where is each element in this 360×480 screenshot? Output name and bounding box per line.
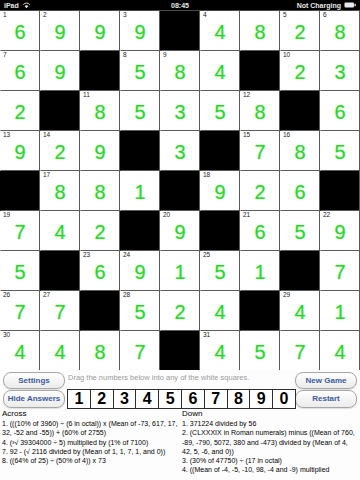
white-cell-r1c2[interactable]: 29 xyxy=(40,11,80,51)
battery-status-label: Not Charging xyxy=(297,2,341,9)
white-cell-r9c2[interactable]: 4 xyxy=(40,331,80,371)
drag-digit-4[interactable]: 4 xyxy=(136,390,159,408)
clue-number: 12 xyxy=(243,91,250,99)
cell-answer-digit: 1 xyxy=(241,251,279,290)
status-bar: iPad 08:45 Not Charging xyxy=(0,0,360,10)
cell-answer-digit: 6 xyxy=(281,171,319,210)
cell-answer-digit: 3 xyxy=(161,131,199,170)
puzzle-board: 1629939448526876985984102321185351286139… xyxy=(0,10,360,370)
drag-digit-0[interactable]: 0 xyxy=(273,390,295,408)
white-cell-r8c6[interactable]: 4 xyxy=(200,291,240,331)
white-cell-r8c2[interactable]: 277 xyxy=(40,291,80,331)
cell-answer-digit: 9 xyxy=(81,11,119,50)
white-cell-r1c8[interactable]: 52 xyxy=(280,11,320,51)
clue-number: 11 xyxy=(83,91,90,99)
white-cell-r5c2[interactable]: 178 xyxy=(40,171,80,211)
clue-number: 26 xyxy=(3,291,10,299)
white-cell-r2c2[interactable]: 9 xyxy=(40,51,80,91)
white-cell-r2c1[interactable]: 76 xyxy=(0,51,40,91)
white-cell-r3c5[interactable]: 3 xyxy=(160,91,200,131)
drag-digit-9[interactable]: 9 xyxy=(250,390,273,408)
white-cell-r7c7[interactable]: 1 xyxy=(240,251,280,291)
white-cell-r7c1[interactable]: 5 xyxy=(0,251,40,291)
clue-item: 4. ((Mean of -4, -5, -10, 98, -4 and -9)… xyxy=(182,465,359,474)
cell-answer-digit: 1 xyxy=(321,291,359,330)
across-clues: Across 1. (((10% of 3960) ÷ (6 in octal)… xyxy=(2,409,182,465)
clue-number: 8 xyxy=(123,51,127,59)
cell-answer-digit: 4 xyxy=(201,291,239,330)
white-cell-r2c4[interactable]: 85 xyxy=(120,51,160,91)
black-cell-r3c8 xyxy=(280,91,320,131)
drag-digit-5[interactable]: 5 xyxy=(159,390,182,408)
black-cell-r7c8 xyxy=(280,251,320,291)
white-cell-r2c6[interactable]: 4 xyxy=(200,51,240,91)
clue-number: 29 xyxy=(283,291,290,299)
clue-number: 27 xyxy=(43,291,50,299)
white-cell-r3c7[interactable]: 128 xyxy=(240,91,280,131)
white-cell-r4c5[interactable]: 3 xyxy=(160,131,200,171)
black-cell-r1c5 xyxy=(160,11,200,51)
clue-number: 17 xyxy=(43,171,50,179)
white-cell-r6c1[interactable]: 197 xyxy=(0,211,40,251)
white-cell-r1c4[interactable]: 39 xyxy=(120,11,160,51)
black-cell-r7c2 xyxy=(40,251,80,291)
clue-item: 8. ((64% of 25) ÷ (50% of 4)) x 73 xyxy=(2,456,182,465)
cell-answer-digit: 6 xyxy=(321,91,359,130)
clue-number: 22 xyxy=(323,211,330,219)
clue-number: 4 xyxy=(203,11,207,19)
cell-answer-digit: 8 xyxy=(241,11,279,50)
black-cell-r9c5 xyxy=(160,331,200,371)
clue-number: 1 xyxy=(3,11,7,19)
cell-answer-digit: 5 xyxy=(121,91,159,130)
cell-answer-digit: 9 xyxy=(41,51,79,90)
white-cell-r5c4[interactable]: 1 xyxy=(120,171,160,211)
clue-number: 14 xyxy=(43,131,50,139)
cell-answer-digit: 1 xyxy=(161,251,199,290)
white-cell-r9c9[interactable]: 4 xyxy=(320,331,360,371)
white-cell-r2c5[interactable]: 98 xyxy=(160,51,200,91)
hide-answers-button[interactable]: Hide Answers xyxy=(3,390,65,408)
new-game-button[interactable]: New Game xyxy=(295,372,357,389)
white-cell-r6c8[interactable]: 5 xyxy=(280,211,320,251)
white-cell-r7c9[interactable]: 7 xyxy=(320,251,360,291)
cell-answer-digit: 2 xyxy=(81,211,119,250)
clue-number: 3 xyxy=(123,11,127,19)
across-clue-list: 1. (((10% of 3960) ÷ (6 in octal)) x (Me… xyxy=(2,419,182,465)
white-cell-r4c1[interactable]: 139 xyxy=(0,131,40,171)
clue-number: 9 xyxy=(163,51,167,59)
white-cell-r4c2[interactable]: 142 xyxy=(40,131,80,171)
down-title: Down xyxy=(182,409,359,419)
black-cell-r5c5 xyxy=(160,171,200,211)
white-cell-r5c7[interactable]: 2 xyxy=(240,171,280,211)
white-cell-r6c7[interactable]: 216 xyxy=(240,211,280,251)
restart-button[interactable]: Restart xyxy=(295,390,357,408)
down-clues: Down 1. 371224 divided by 562. (CLXXXIX … xyxy=(182,409,359,475)
black-cell-r6c4 xyxy=(120,211,160,251)
white-cell-r9c6[interactable]: 314 xyxy=(200,331,240,371)
drag-hint-text: Drag the numbers below into any of the w… xyxy=(68,373,292,382)
white-cell-r3c1[interactable]: 2 xyxy=(0,91,40,131)
cell-answer-digit: 5 xyxy=(321,131,359,170)
cell-answer-digit: 4 xyxy=(321,331,359,370)
across-title: Across xyxy=(2,409,182,419)
clue-number: 21 xyxy=(243,211,250,219)
black-cell-r3c2 xyxy=(40,91,80,131)
cell-answer-digit: 8 xyxy=(81,331,119,370)
white-cell-r7c6[interactable]: 255 xyxy=(200,251,240,291)
clue-number: 2 xyxy=(43,11,47,19)
drag-digit-2[interactable]: 2 xyxy=(91,390,114,408)
black-cell-r4c4 xyxy=(120,131,160,171)
clue-number: 19 xyxy=(3,211,10,219)
clue-number: 18 xyxy=(203,171,210,179)
white-cell-r4c8[interactable]: 168 xyxy=(280,131,320,171)
white-cell-r8c1[interactable]: 267 xyxy=(0,291,40,331)
white-cell-r7c3[interactable]: 236 xyxy=(80,251,120,291)
cell-answer-digit: 4 xyxy=(41,211,79,250)
white-cell-r9c4[interactable]: 7 xyxy=(120,331,160,371)
settings-button[interactable]: Settings xyxy=(3,372,65,389)
drag-digit-1[interactable]: 1 xyxy=(68,390,91,408)
black-cell-r2c3 xyxy=(80,51,120,91)
black-cell-r8c3 xyxy=(80,291,120,331)
white-cell-r5c8[interactable]: 6 xyxy=(280,171,320,211)
cell-answer-digit: 2 xyxy=(241,171,279,210)
clue-number: 20 xyxy=(163,211,170,219)
clue-item: 3. (30% of 47750) ÷ (17 in octal) xyxy=(182,456,359,465)
cell-answer-digit: 2 xyxy=(161,291,199,330)
white-cell-r9c1[interactable]: 304 xyxy=(0,331,40,371)
white-cell-r3c3[interactable]: 118 xyxy=(80,91,120,131)
white-cell-r9c3[interactable]: 8 xyxy=(80,331,120,371)
clue-number: 25 xyxy=(203,251,210,259)
bottom-panel: Settings New Game Hide Answers Restart D… xyxy=(0,370,360,480)
down-clue-list: 1. 371224 divided by 562. (CLXXXIX in Ro… xyxy=(182,419,359,475)
clue-number: 31 xyxy=(203,331,210,339)
cell-answer-digit: 7 xyxy=(281,331,319,370)
white-cell-r5c6[interactable]: 189 xyxy=(200,171,240,211)
white-cell-r6c5[interactable]: 209 xyxy=(160,211,200,251)
clue-item: 7. 92 - (√ 2116 divided by (Mean of 1, 1… xyxy=(2,447,182,456)
black-cell-r6c6 xyxy=(200,211,240,251)
white-cell-r6c2[interactable]: 4 xyxy=(40,211,80,251)
black-cell-r2c7 xyxy=(240,51,280,91)
clue-number: 24 xyxy=(123,251,130,259)
black-cell-r5c1 xyxy=(0,171,40,211)
cell-answer-digit: 8 xyxy=(81,171,119,210)
drag-digit-8[interactable]: 8 xyxy=(228,390,251,408)
clue-number: 6 xyxy=(323,11,327,19)
clue-number: 5 xyxy=(283,11,287,19)
white-cell-r7c5[interactable]: 1 xyxy=(160,251,200,291)
drag-digit-6[interactable]: 6 xyxy=(182,390,205,408)
cell-answer-digit: 4 xyxy=(41,331,79,370)
white-cell-r2c9[interactable]: 3 xyxy=(320,51,360,91)
clue-number: 7 xyxy=(3,51,7,59)
cell-answer-digit: 7 xyxy=(321,251,359,290)
white-cell-r5c3[interactable]: 8 xyxy=(80,171,120,211)
black-cell-r4c6 xyxy=(200,131,240,171)
cell-answer-digit: 7 xyxy=(121,331,159,370)
cell-answer-digit: 4 xyxy=(201,51,239,90)
white-cell-r4c9[interactable]: 5 xyxy=(320,131,360,171)
clue-item: 2. (CLXXXIX in Roman numerals) minus ((M… xyxy=(182,428,359,456)
clue-number: 30 xyxy=(3,331,10,339)
white-cell-r3c6[interactable]: 5 xyxy=(200,91,240,131)
black-cell-r5c9 xyxy=(320,171,360,211)
clue-number: 28 xyxy=(123,291,130,299)
clue-item: 1. 371224 divided by 56 xyxy=(182,419,359,428)
white-cell-r4c3[interactable]: 9 xyxy=(80,131,120,171)
white-cell-r9c7[interactable]: 5 xyxy=(240,331,280,371)
black-cell-r8c7 xyxy=(240,291,280,331)
white-cell-r1c9[interactable]: 68 xyxy=(320,11,360,51)
white-cell-r1c3[interactable]: 9 xyxy=(80,11,120,51)
clue-number: 16 xyxy=(283,131,290,139)
cell-answer-digit: 5 xyxy=(241,331,279,370)
cell-answer-digit: 5 xyxy=(281,211,319,250)
white-cell-r1c7[interactable]: 8 xyxy=(240,11,280,51)
white-cell-r8c5[interactable]: 2 xyxy=(160,291,200,331)
white-cell-r8c4[interactable]: 285 xyxy=(120,291,160,331)
white-cell-r9c8[interactable]: 7 xyxy=(280,331,320,371)
white-cell-r3c4[interactable]: 5 xyxy=(120,91,160,131)
cell-answer-digit: 5 xyxy=(201,91,239,130)
cell-answer-digit: 9 xyxy=(81,131,119,170)
clue-item: 1. (((10% of 3960) ÷ (6 in octal)) x (Me… xyxy=(2,419,182,438)
clue-number: 15 xyxy=(243,131,250,139)
drag-digit-3[interactable]: 3 xyxy=(114,390,137,408)
clue-number: 13 xyxy=(3,131,10,139)
white-cell-r2c8[interactable]: 102 xyxy=(280,51,320,91)
cell-answer-digit: 3 xyxy=(161,91,199,130)
white-cell-r6c9[interactable]: 229 xyxy=(320,211,360,251)
cell-answer-digit: 2 xyxy=(1,91,39,130)
white-cell-r4c7[interactable]: 157 xyxy=(240,131,280,171)
cell-answer-digit: 1 xyxy=(121,171,159,210)
white-cell-r6c3[interactable]: 2 xyxy=(80,211,120,251)
drag-digit-7[interactable]: 7 xyxy=(205,390,228,408)
white-cell-r8c9[interactable]: 1 xyxy=(320,291,360,331)
white-cell-r8c8[interactable]: 294 xyxy=(280,291,320,331)
clue-number: 23 xyxy=(83,251,90,259)
clue-number: 10 xyxy=(283,51,290,59)
white-cell-r1c6[interactable]: 44 xyxy=(200,11,240,51)
white-cell-r7c4[interactable]: 249 xyxy=(120,251,160,291)
cell-answer-digit: 3 xyxy=(321,51,359,90)
white-cell-r3c9[interactable]: 6 xyxy=(320,91,360,131)
cell-answer-digit: 5 xyxy=(1,251,39,290)
digit-strip: 1234567890 xyxy=(67,389,296,409)
white-cell-r1c1[interactable]: 16 xyxy=(0,11,40,51)
battery-icon xyxy=(344,2,356,8)
clue-item: 4. (³√ 39304000 ÷ 5) multiplied by (1% o… xyxy=(2,438,182,447)
